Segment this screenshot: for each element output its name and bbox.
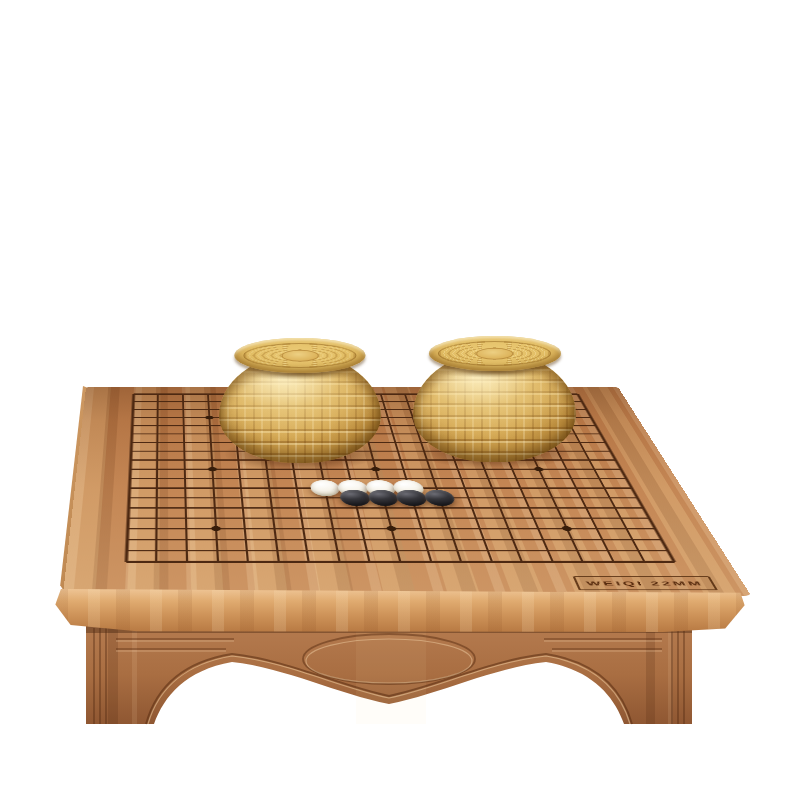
star-point: [534, 467, 545, 471]
go-board-top: WEIQI 22MM: [63, 387, 751, 596]
black-stone[interactable]: [339, 490, 372, 506]
board-engraving-label: WEIQI 22MM: [573, 576, 718, 590]
star-point: [386, 526, 397, 531]
star-point: [371, 467, 381, 471]
star-point: [207, 467, 216, 471]
grid-line-horizontal: [128, 518, 650, 519]
black-stone[interactable]: [395, 490, 429, 506]
product-photo-stage: WEIQI 22MM: [0, 0, 800, 800]
grid-line-horizontal: [130, 478, 627, 479]
star-point: [205, 416, 214, 420]
board-engraving-text: WEIQI 22MM: [585, 580, 705, 587]
stone-bowl-right: [413, 336, 576, 462]
stone-bowl-left: [219, 338, 381, 463]
star-point: [211, 526, 221, 531]
table-base: [86, 624, 692, 725]
grid-line-horizontal: [126, 561, 675, 563]
black-stone[interactable]: [423, 490, 458, 506]
star-point: [561, 526, 573, 531]
grid-line-horizontal: [128, 507, 643, 508]
bowl-lid: [234, 338, 365, 373]
go-board-grid: [111, 390, 694, 567]
bowl-lid-center: [281, 349, 318, 362]
board-front-edge: [54, 589, 746, 632]
bowl-lid: [428, 336, 560, 371]
grid-line-horizontal: [127, 539, 662, 540]
black-stone[interactable]: [367, 490, 401, 506]
white-stone[interactable]: [309, 480, 341, 496]
grid-line-horizontal: [127, 550, 669, 551]
bowl-lid-center: [476, 347, 514, 360]
